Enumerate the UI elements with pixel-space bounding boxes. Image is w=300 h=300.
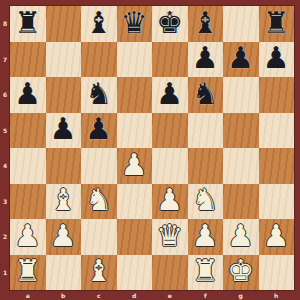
square-a7[interactable]	[10, 42, 46, 78]
chess-board[interactable]: ♜♝♛♚♝♜♟♟♟♟♞♟♞♟♟♟♝♞♟♞♟♟♛♟♟♟♜♝♜♚	[10, 6, 294, 290]
square-e5[interactable]	[152, 113, 188, 149]
square-a1[interactable]: ♜	[10, 255, 46, 291]
file-label-d: d	[117, 290, 153, 300]
square-h1[interactable]	[259, 255, 295, 291]
rank-label-6: 6	[0, 77, 10, 113]
square-b4[interactable]	[46, 148, 82, 184]
rank-labels: 87654321	[0, 6, 10, 290]
square-a4[interactable]	[10, 148, 46, 184]
black-bishop-c8[interactable]: ♝	[85, 8, 112, 38]
white-pawn-b2[interactable]: ♟	[50, 221, 77, 251]
square-a3[interactable]	[10, 184, 46, 220]
square-b2[interactable]: ♟	[46, 219, 82, 255]
square-b6[interactable]	[46, 77, 82, 113]
square-d3[interactable]	[117, 184, 153, 220]
square-a5[interactable]	[10, 113, 46, 149]
square-g8[interactable]	[223, 6, 259, 42]
square-h3[interactable]	[259, 184, 295, 220]
square-d2[interactable]	[117, 219, 153, 255]
file-label-e: e	[152, 290, 188, 300]
square-e3[interactable]: ♟	[152, 184, 188, 220]
square-g3[interactable]	[223, 184, 259, 220]
file-label-f: f	[188, 290, 224, 300]
square-f6[interactable]: ♞	[188, 77, 224, 113]
rank-label-7: 7	[0, 42, 10, 78]
square-d8[interactable]: ♛	[117, 6, 153, 42]
square-g2[interactable]: ♟	[223, 219, 259, 255]
black-king-e8[interactable]: ♚	[156, 8, 183, 38]
square-g6[interactable]	[223, 77, 259, 113]
square-d7[interactable]	[117, 42, 153, 78]
black-queen-d8[interactable]: ♛	[121, 8, 148, 38]
square-c1[interactable]: ♝	[81, 255, 117, 291]
white-knight-c3[interactable]: ♞	[85, 185, 112, 215]
white-bishop-b3[interactable]: ♝	[50, 185, 77, 215]
black-rook-h8[interactable]: ♜	[263, 8, 290, 38]
square-b3[interactable]: ♝	[46, 184, 82, 220]
white-rook-f1[interactable]: ♜	[192, 256, 219, 286]
black-bishop-f8[interactable]: ♝	[192, 8, 219, 38]
square-f7[interactable]: ♟	[188, 42, 224, 78]
square-d6[interactable]	[117, 77, 153, 113]
square-d1[interactable]	[117, 255, 153, 291]
square-a8[interactable]: ♜	[10, 6, 46, 42]
square-c4[interactable]	[81, 148, 117, 184]
square-f3[interactable]: ♞	[188, 184, 224, 220]
black-rook-a8[interactable]: ♜	[14, 8, 41, 38]
black-knight-f6[interactable]: ♞	[192, 79, 219, 109]
white-pawn-h2[interactable]: ♟	[263, 221, 290, 251]
square-e6[interactable]: ♟	[152, 77, 188, 113]
square-h7[interactable]: ♟	[259, 42, 295, 78]
black-pawn-e6[interactable]: ♟	[156, 79, 183, 109]
square-d5[interactable]	[117, 113, 153, 149]
white-pawn-a2[interactable]: ♟	[14, 221, 41, 251]
square-e7[interactable]	[152, 42, 188, 78]
square-c3[interactable]: ♞	[81, 184, 117, 220]
rank-label-2: 2	[0, 219, 10, 255]
square-h2[interactable]: ♟	[259, 219, 295, 255]
rank-label-5: 5	[0, 113, 10, 149]
black-pawn-f7[interactable]: ♟	[192, 43, 219, 73]
white-rook-a1[interactable]: ♜	[14, 256, 41, 286]
square-c2[interactable]	[81, 219, 117, 255]
square-e8[interactable]: ♚	[152, 6, 188, 42]
white-queen-e2[interactable]: ♛	[156, 221, 183, 251]
file-label-c: c	[81, 290, 117, 300]
square-b7[interactable]	[46, 42, 82, 78]
square-e4[interactable]	[152, 148, 188, 184]
square-g7[interactable]: ♟	[223, 42, 259, 78]
black-pawn-b5[interactable]: ♟	[50, 114, 77, 144]
file-label-a: a	[10, 290, 46, 300]
rank-label-1: 1	[0, 255, 10, 291]
black-pawn-a6[interactable]: ♟	[14, 79, 41, 109]
square-g1[interactable]: ♚	[223, 255, 259, 291]
white-bishop-c1[interactable]: ♝	[85, 256, 112, 286]
black-knight-c6[interactable]: ♞	[85, 79, 112, 109]
black-pawn-h7[interactable]: ♟	[263, 43, 290, 73]
square-h8[interactable]: ♜	[259, 6, 295, 42]
square-a6[interactable]: ♟	[10, 77, 46, 113]
file-label-b: b	[46, 290, 82, 300]
white-pawn-d4[interactable]: ♟	[121, 150, 148, 180]
white-pawn-f2[interactable]: ♟	[192, 221, 219, 251]
square-e2[interactable]: ♛	[152, 219, 188, 255]
file-labels: abcdefgh	[10, 290, 294, 300]
square-e1[interactable]	[152, 255, 188, 291]
square-b8[interactable]	[46, 6, 82, 42]
square-b5[interactable]: ♟	[46, 113, 82, 149]
black-pawn-g7[interactable]: ♟	[227, 43, 254, 73]
square-h5[interactable]	[259, 113, 295, 149]
square-f5[interactable]	[188, 113, 224, 149]
white-pawn-g2[interactable]: ♟	[227, 221, 254, 251]
square-d4[interactable]: ♟	[117, 148, 153, 184]
rank-label-3: 3	[0, 184, 10, 220]
square-h6[interactable]	[259, 77, 295, 113]
square-f1[interactable]: ♜	[188, 255, 224, 291]
square-a2[interactable]: ♟	[10, 219, 46, 255]
square-c8[interactable]: ♝	[81, 6, 117, 42]
square-f4[interactable]	[188, 148, 224, 184]
white-pawn-e3[interactable]: ♟	[156, 185, 183, 215]
chess-board-diagram: 87654321 ♜♝♛♚♝♜♟♟♟♟♞♟♞♟♟♟♝♞♟♞♟♟♛♟♟♟♜♝♜♚ …	[0, 0, 300, 300]
white-knight-f3[interactable]: ♞	[192, 185, 219, 215]
square-f8[interactable]: ♝	[188, 6, 224, 42]
square-h4[interactable]	[259, 148, 295, 184]
square-b1[interactable]	[46, 255, 82, 291]
square-c7[interactable]	[81, 42, 117, 78]
square-c5[interactable]: ♟	[81, 113, 117, 149]
rank-label-8: 8	[0, 6, 10, 42]
file-label-h: h	[259, 290, 295, 300]
square-g4[interactable]	[223, 148, 259, 184]
square-g5[interactable]	[223, 113, 259, 149]
square-c6[interactable]: ♞	[81, 77, 117, 113]
file-label-g: g	[223, 290, 259, 300]
rank-label-4: 4	[0, 148, 10, 184]
black-pawn-c5[interactable]: ♟	[85, 114, 112, 144]
white-king-g1[interactable]: ♚	[227, 256, 254, 286]
square-f2[interactable]: ♟	[188, 219, 224, 255]
